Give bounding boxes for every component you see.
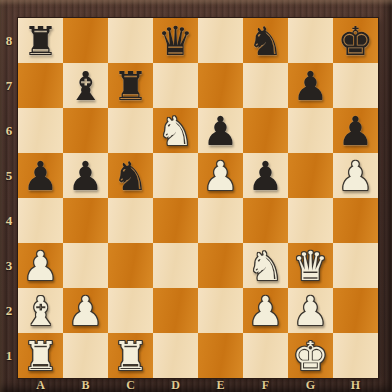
square-d4[interactable] — [153, 198, 198, 243]
square-a7[interactable] — [18, 63, 63, 108]
chessboard-app: 87654321 ABCDEFGH ♜♛♞♚♝♜♟♞♟♟♟♟♞♟♟♟♟♞♛♝♟♟… — [0, 0, 392, 392]
square-b8[interactable] — [63, 18, 108, 63]
square-a3[interactable]: ♟ — [18, 243, 63, 288]
square-c4[interactable] — [108, 198, 153, 243]
piece-white-knight-d6[interactable]: ♞ — [158, 111, 194, 151]
piece-white-bishop-a2[interactable]: ♝ — [23, 291, 59, 331]
square-f5[interactable]: ♟ — [243, 153, 288, 198]
square-b7[interactable]: ♝ — [63, 63, 108, 108]
square-c7[interactable]: ♜ — [108, 63, 153, 108]
square-f7[interactable] — [243, 63, 288, 108]
piece-black-king-h8[interactable]: ♚ — [338, 21, 374, 61]
piece-white-pawn-g2[interactable]: ♟ — [293, 291, 329, 331]
square-b4[interactable] — [63, 198, 108, 243]
square-d5[interactable] — [153, 153, 198, 198]
square-a6[interactable] — [18, 108, 63, 153]
square-d7[interactable] — [153, 63, 198, 108]
square-b1[interactable] — [63, 333, 108, 378]
square-d2[interactable] — [153, 288, 198, 333]
piece-black-pawn-e6[interactable]: ♟ — [203, 111, 239, 151]
square-c6[interactable] — [108, 108, 153, 153]
piece-white-king-g1[interactable]: ♚ — [293, 336, 329, 376]
square-h8[interactable]: ♚ — [333, 18, 378, 63]
square-h7[interactable] — [333, 63, 378, 108]
square-d6[interactable]: ♞ — [153, 108, 198, 153]
square-h1[interactable] — [333, 333, 378, 378]
square-f1[interactable] — [243, 333, 288, 378]
rank-label-4: 4 — [0, 198, 18, 243]
square-g3[interactable]: ♛ — [288, 243, 333, 288]
square-e5[interactable]: ♟ — [198, 153, 243, 198]
square-a5[interactable]: ♟ — [18, 153, 63, 198]
file-label-e: E — [198, 378, 243, 392]
file-label-g: G — [288, 378, 333, 392]
piece-black-pawn-f5[interactable]: ♟ — [248, 156, 284, 196]
file-label-h: H — [333, 378, 378, 392]
square-e3[interactable] — [198, 243, 243, 288]
square-f8[interactable]: ♞ — [243, 18, 288, 63]
file-label-f: F — [243, 378, 288, 392]
piece-black-pawn-h6[interactable]: ♟ — [338, 111, 374, 151]
square-f2[interactable]: ♟ — [243, 288, 288, 333]
square-g1[interactable]: ♚ — [288, 333, 333, 378]
rank-label-1: 1 — [0, 333, 18, 378]
square-h6[interactable]: ♟ — [333, 108, 378, 153]
piece-white-pawn-e5[interactable]: ♟ — [203, 156, 239, 196]
square-h2[interactable] — [333, 288, 378, 333]
square-d3[interactable] — [153, 243, 198, 288]
piece-white-pawn-b2[interactable]: ♟ — [68, 291, 104, 331]
piece-black-rook-a8[interactable]: ♜ — [23, 21, 59, 61]
square-c3[interactable] — [108, 243, 153, 288]
rank-label-7: 7 — [0, 63, 18, 108]
square-f6[interactable] — [243, 108, 288, 153]
square-a1[interactable]: ♜ — [18, 333, 63, 378]
square-c2[interactable] — [108, 288, 153, 333]
piece-white-queen-g3[interactable]: ♛ — [293, 246, 329, 286]
square-g4[interactable] — [288, 198, 333, 243]
square-b5[interactable]: ♟ — [63, 153, 108, 198]
piece-black-bishop-b7[interactable]: ♝ — [68, 66, 104, 106]
piece-white-pawn-f2[interactable]: ♟ — [248, 291, 284, 331]
piece-black-knight-c5[interactable]: ♞ — [113, 156, 149, 196]
square-e1[interactable] — [198, 333, 243, 378]
piece-white-pawn-h5[interactable]: ♟ — [338, 156, 374, 196]
square-d1[interactable] — [153, 333, 198, 378]
file-labels: ABCDEFGH — [18, 378, 378, 392]
file-label-b: B — [63, 378, 108, 392]
square-a4[interactable] — [18, 198, 63, 243]
piece-white-knight-f3[interactable]: ♞ — [248, 246, 284, 286]
square-a2[interactable]: ♝ — [18, 288, 63, 333]
piece-black-pawn-a5[interactable]: ♟ — [23, 156, 59, 196]
square-e2[interactable] — [198, 288, 243, 333]
piece-black-knight-f8[interactable]: ♞ — [248, 21, 284, 61]
square-d8[interactable]: ♛ — [153, 18, 198, 63]
rank-label-2: 2 — [0, 288, 18, 333]
rank-label-6: 6 — [0, 108, 18, 153]
piece-white-rook-a1[interactable]: ♜ — [23, 336, 59, 376]
rank-labels: 87654321 — [0, 18, 18, 378]
square-e7[interactable] — [198, 63, 243, 108]
square-g6[interactable] — [288, 108, 333, 153]
file-label-d: D — [153, 378, 198, 392]
piece-black-pawn-g7[interactable]: ♟ — [293, 66, 329, 106]
square-b3[interactable] — [63, 243, 108, 288]
rank-label-8: 8 — [0, 18, 18, 63]
file-label-a: A — [18, 378, 63, 392]
square-f4[interactable] — [243, 198, 288, 243]
square-g7[interactable]: ♟ — [288, 63, 333, 108]
rank-label-5: 5 — [0, 153, 18, 198]
square-c8[interactable] — [108, 18, 153, 63]
square-c5[interactable]: ♞ — [108, 153, 153, 198]
square-h4[interactable] — [333, 198, 378, 243]
file-label-c: C — [108, 378, 153, 392]
square-e4[interactable] — [198, 198, 243, 243]
square-g5[interactable] — [288, 153, 333, 198]
square-e6[interactable]: ♟ — [198, 108, 243, 153]
piece-black-queen-d8[interactable]: ♛ — [158, 21, 194, 61]
square-g8[interactable] — [288, 18, 333, 63]
square-b2[interactable]: ♟ — [63, 288, 108, 333]
piece-white-pawn-a3[interactable]: ♟ — [23, 246, 59, 286]
piece-black-rook-c7[interactable]: ♜ — [113, 66, 149, 106]
piece-white-rook-c1[interactable]: ♜ — [113, 336, 149, 376]
square-b6[interactable] — [63, 108, 108, 153]
square-a8[interactable]: ♜ — [18, 18, 63, 63]
square-g2[interactable]: ♟ — [288, 288, 333, 333]
board: ♜♛♞♚♝♜♟♞♟♟♟♟♞♟♟♟♟♞♛♝♟♟♟♜♜♚ — [18, 18, 378, 378]
rank-label-3: 3 — [0, 243, 18, 288]
piece-black-pawn-b5[interactable]: ♟ — [68, 156, 104, 196]
square-c1[interactable]: ♜ — [108, 333, 153, 378]
square-h3[interactable] — [333, 243, 378, 288]
square-h5[interactable]: ♟ — [333, 153, 378, 198]
square-f3[interactable]: ♞ — [243, 243, 288, 288]
square-e8[interactable] — [198, 18, 243, 63]
